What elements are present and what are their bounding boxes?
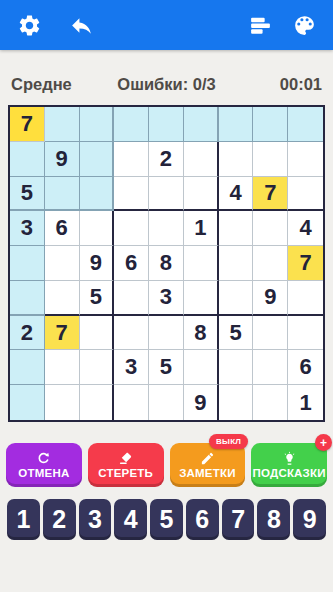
cell-r3c5[interactable]	[149, 177, 184, 212]
undo-button[interactable]: ОТМЕНА	[6, 443, 82, 487]
cell-r3c2[interactable]	[45, 177, 80, 212]
cell-r5c2[interactable]	[45, 246, 80, 281]
settings-gear-icon[interactable]	[16, 12, 42, 38]
cell-r1c8[interactable]	[253, 107, 288, 142]
cell-r9c9[interactable]: 1	[288, 385, 323, 420]
cell-r5c5[interactable]: 8	[149, 246, 184, 281]
cell-r5c7[interactable]	[219, 246, 254, 281]
cell-r8c7[interactable]	[219, 350, 254, 385]
cell-r8c6[interactable]	[184, 350, 219, 385]
cell-r9c5[interactable]	[149, 385, 184, 420]
cell-r2c9[interactable]	[288, 142, 323, 177]
cell-r3c1[interactable]: 5	[10, 177, 45, 212]
hints-button-label: ПОДСКАЗКИ	[253, 467, 326, 479]
cell-r5c6[interactable]	[184, 246, 219, 281]
cell-r3c3[interactable]	[80, 177, 115, 212]
cell-r4c7[interactable]	[219, 211, 254, 246]
timer: 00:01	[231, 75, 322, 94]
action-bar: ОТМЕНА СТЕРЕТЬ ВЫКЛ ЗАМЕТКИ + ПОДСКАЗКИ	[0, 443, 333, 487]
numpad-key-2[interactable]: 2	[43, 499, 76, 540]
cell-r6c2[interactable]	[45, 281, 80, 316]
cell-r3c6[interactable]	[184, 177, 219, 212]
cell-r6c3[interactable]: 5	[80, 281, 115, 316]
undo-arrow-icon[interactable]	[68, 12, 94, 38]
cell-r9c6[interactable]: 9	[184, 385, 219, 420]
leaderboard-icon[interactable]	[247, 12, 273, 38]
numpad-key-8[interactable]: 8	[257, 499, 290, 540]
cell-r4c4[interactable]	[114, 211, 149, 246]
cell-r7c1[interactable]: 2	[10, 316, 45, 351]
cell-r6c9[interactable]	[288, 281, 323, 316]
cell-r6c1[interactable]	[10, 281, 45, 316]
cell-r4c6[interactable]: 1	[184, 211, 219, 246]
cell-r1c3[interactable]	[80, 107, 115, 142]
cell-r8c5[interactable]: 5	[149, 350, 184, 385]
cell-r8c2[interactable]	[45, 350, 80, 385]
cell-r1c9[interactable]	[288, 107, 323, 142]
cell-r7c9[interactable]	[288, 316, 323, 351]
cell-r7c8[interactable]	[253, 316, 288, 351]
cell-r3c9[interactable]	[288, 177, 323, 212]
cell-r2c8[interactable]	[253, 142, 288, 177]
numpad-key-7[interactable]: 7	[222, 499, 255, 540]
topbar-left-icons	[16, 12, 94, 38]
cell-r2c1[interactable]	[10, 142, 45, 177]
hints-plus-badge: +	[315, 434, 332, 451]
cell-r6c5[interactable]: 3	[149, 281, 184, 316]
cell-r8c4[interactable]: 3	[114, 350, 149, 385]
cell-r2c5[interactable]: 2	[149, 142, 184, 177]
topbar-right-icons	[247, 12, 317, 38]
erase-button[interactable]: СТЕРЕТЬ	[88, 443, 164, 487]
cell-r7c6[interactable]: 8	[184, 316, 219, 351]
cell-r8c8[interactable]	[253, 350, 288, 385]
cell-r3c8[interactable]: 7	[253, 177, 288, 212]
cell-r6c8[interactable]: 9	[253, 281, 288, 316]
sudoku-board: 79254736149687539278535691	[8, 105, 325, 422]
cell-r9c8[interactable]	[253, 385, 288, 420]
mistakes-counter: Ошибки: 0/3	[102, 75, 230, 94]
cell-r5c9[interactable]: 7	[288, 246, 323, 281]
cell-r7c4[interactable]	[114, 316, 149, 351]
cell-r9c7[interactable]	[219, 385, 254, 420]
cell-r8c1[interactable]	[10, 350, 45, 385]
cell-r1c5[interactable]	[149, 107, 184, 142]
cell-r4c8[interactable]	[253, 211, 288, 246]
cell-r5c4[interactable]: 6	[114, 246, 149, 281]
cell-r1c7[interactable]	[219, 107, 254, 142]
cell-r3c4[interactable]	[114, 177, 149, 212]
erase-button-label: СТЕРЕТЬ	[98, 467, 153, 479]
numpad-key-5[interactable]: 5	[150, 499, 183, 540]
cell-r6c4[interactable]	[114, 281, 149, 316]
cell-r9c3[interactable]	[80, 385, 115, 420]
status-row: Средне Ошибки: 0/3 00:01	[0, 75, 333, 94]
cell-r7c7[interactable]: 5	[219, 316, 254, 351]
cell-r4c9[interactable]: 4	[288, 211, 323, 246]
difficulty-label: Средне	[11, 75, 102, 94]
cell-r2c3[interactable]	[80, 142, 115, 177]
number-pad: 123456789	[0, 499, 333, 540]
cell-r1c1[interactable]: 7	[10, 107, 45, 142]
notes-off-badge: ВЫКЛ	[209, 434, 248, 449]
cell-r4c5[interactable]	[149, 211, 184, 246]
numpad-key-9[interactable]: 9	[293, 499, 326, 540]
cell-r4c2[interactable]: 6	[45, 211, 80, 246]
numpad-key-1[interactable]: 1	[7, 499, 40, 540]
hints-button[interactable]: + ПОДСКАЗКИ	[251, 443, 327, 487]
cell-r5c8[interactable]	[253, 246, 288, 281]
notes-button-label: ЗАМЕТКИ	[179, 467, 235, 479]
cell-r2c2[interactable]: 9	[45, 142, 80, 177]
cell-r2c7[interactable]	[219, 142, 254, 177]
cell-r9c1[interactable]	[10, 385, 45, 420]
cell-r1c6[interactable]	[184, 107, 219, 142]
cell-r9c4[interactable]	[114, 385, 149, 420]
cell-r4c1[interactable]: 3	[10, 211, 45, 246]
numpad-key-4[interactable]: 4	[114, 499, 147, 540]
cell-r7c2[interactable]: 7	[45, 316, 80, 351]
cell-r7c3[interactable]	[80, 316, 115, 351]
cell-r1c4[interactable]	[114, 107, 149, 142]
cell-r2c4[interactable]	[114, 142, 149, 177]
cell-r2c6[interactable]	[184, 142, 219, 177]
cell-r3c7[interactable]: 4	[219, 177, 254, 212]
cell-r5c3[interactable]: 9	[80, 246, 115, 281]
numpad-key-3[interactable]: 3	[79, 499, 112, 540]
cell-r8c3[interactable]	[80, 350, 115, 385]
cell-r6c6[interactable]	[184, 281, 219, 316]
cell-r1c2[interactable]	[45, 107, 80, 142]
cell-r4c3[interactable]	[80, 211, 115, 246]
cell-r6c7[interactable]	[219, 281, 254, 316]
notes-button[interactable]: ВЫКЛ ЗАМЕТКИ	[170, 443, 246, 487]
cell-r9c2[interactable]	[45, 385, 80, 420]
cell-r5c1[interactable]	[10, 246, 45, 281]
top-bar	[0, 0, 333, 50]
undo-button-label: ОТМЕНА	[18, 467, 69, 479]
palette-icon[interactable]	[291, 12, 317, 38]
cell-r8c9[interactable]: 6	[288, 350, 323, 385]
cell-r7c5[interactable]	[149, 316, 184, 351]
numpad-key-6[interactable]: 6	[186, 499, 219, 540]
